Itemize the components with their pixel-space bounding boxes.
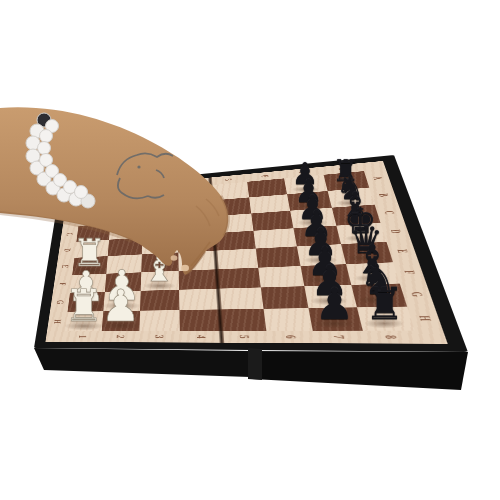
coord-label-D: D [62, 248, 73, 252]
square-6G [260, 286, 308, 308]
square-2H [101, 310, 140, 331]
square-3G [140, 290, 179, 311]
coord-label-4: 4 [193, 335, 208, 338]
coord-label-E: E [59, 265, 71, 269]
square-8D [336, 223, 387, 244]
square-3D [142, 235, 178, 254]
coord-label-H: H [51, 319, 63, 323]
square-4D [178, 233, 216, 253]
square-1F [70, 274, 106, 293]
chess-board: 1122334455667788AABBCCDDEEFFGGHH [34, 155, 468, 352]
square-1E [72, 256, 107, 275]
square-2F [104, 272, 141, 292]
coord-label-6: 6 [282, 335, 299, 339]
coord-label-F: F [57, 282, 69, 285]
square-6F [258, 266, 305, 288]
square-1H [65, 311, 103, 331]
square-8G [351, 284, 407, 308]
square-2D [107, 237, 142, 256]
coord-label-B: B [66, 217, 77, 221]
coord-label-G: G [407, 292, 427, 297]
coord-label-1: 1 [76, 335, 89, 338]
square-8E [341, 242, 393, 264]
square-2G [103, 291, 141, 311]
square-2E [106, 254, 142, 273]
square-4H [179, 309, 222, 331]
square-5H [220, 309, 266, 331]
square-1D [74, 240, 108, 258]
square-5D [214, 231, 255, 251]
square-3F [141, 271, 179, 291]
coord-label-H: H [415, 315, 435, 320]
square-8F [346, 262, 400, 285]
square-6E [255, 246, 300, 267]
square-7H [308, 307, 362, 331]
square-5F [217, 267, 260, 288]
coord-label-G: G [54, 300, 66, 304]
coord-label-8: 8 [380, 335, 399, 339]
square-7F [301, 264, 351, 286]
square-3H [139, 310, 179, 331]
square-3E [141, 253, 178, 273]
coord-label-7: 7 [330, 335, 348, 339]
square-5G [218, 287, 263, 309]
square-4F [178, 269, 218, 290]
square-4G [179, 289, 220, 310]
coord-label-F: F [400, 270, 419, 274]
board-grid [65, 171, 415, 331]
square-7E [297, 244, 346, 266]
square-1G [68, 292, 105, 312]
square-4E [178, 251, 217, 271]
square-7D [293, 225, 340, 246]
coord-label-2: 2 [113, 335, 126, 338]
coord-label-3: 3 [152, 335, 166, 338]
coord-label-5: 5 [236, 335, 252, 338]
square-5E [216, 249, 258, 270]
square-6H [263, 308, 313, 331]
square-6D [253, 228, 297, 248]
square-7G [304, 285, 356, 308]
product-photo-stage: 1122334455667788AABBCCDDEEFFGGHH ♜♞♝♚♛♝♞… [0, 0, 500, 500]
coord-label-D: D [387, 229, 404, 234]
square-8H [356, 306, 414, 330]
